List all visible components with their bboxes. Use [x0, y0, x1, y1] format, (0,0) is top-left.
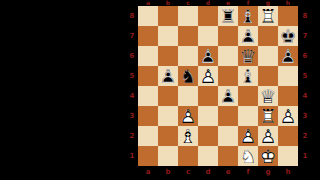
square-c6[interactable] [178, 46, 198, 66]
piece-white-pawn: ♟♙ [198, 66, 218, 86]
square-a7[interactable] [138, 26, 158, 46]
rank-labels-left: 87654321 [126, 6, 138, 166]
piece-black-queen: ♛♕ [238, 46, 258, 66]
square-b1[interactable] [158, 146, 178, 166]
rank-label-8: 8 [126, 6, 138, 26]
square-g4[interactable]: ♛♕ [258, 86, 278, 106]
square-c4[interactable] [178, 86, 198, 106]
piece-white-king: ♚♔ [258, 146, 278, 166]
piece-black-pawn: ♟♙ [238, 26, 258, 46]
square-c5[interactable]: ♞♘ [178, 66, 198, 86]
piece-black-pawn: ♟♙ [218, 86, 238, 106]
square-h6[interactable]: ♟♙ [278, 46, 298, 66]
square-c8[interactable] [178, 6, 198, 26]
square-g1[interactable]: ♚♔ [258, 146, 278, 166]
file-label-g: g [258, 166, 278, 180]
board-frame: abcdefgh abcdefgh 87654321 87654321 ♜♖♝♗… [62, 0, 252, 180]
square-g7[interactable] [258, 26, 278, 46]
file-label-c: c [178, 166, 198, 180]
square-d5[interactable]: ♟♙ [198, 66, 218, 86]
square-e6[interactable] [218, 46, 238, 66]
piece-white-pawn: ♟♙ [258, 126, 278, 146]
rank-label-1: 1 [126, 146, 138, 166]
piece-black-knight: ♞♘ [178, 66, 198, 86]
square-d1[interactable] [198, 146, 218, 166]
piece-black-bishop: ♝♗ [238, 6, 258, 26]
piece-white-rook: ♜♖ [258, 6, 278, 26]
piece-white-rook: ♜♖ [258, 106, 278, 126]
rank-label-6: 6 [126, 46, 138, 66]
square-c7[interactable] [178, 26, 198, 46]
square-h3[interactable]: ♟♙ [278, 106, 298, 126]
square-a3[interactable] [138, 106, 158, 126]
square-e4[interactable]: ♟♙ [218, 86, 238, 106]
chess-board: ♜♖♝♗♜♖♟♙♚♔♟♙♛♕♟♙♟♙♞♘♟♙♝♗♟♙♛♕♟♙♜♖♟♙♝♗♟♙♟♙… [138, 6, 298, 166]
square-b8[interactable] [158, 6, 178, 26]
square-a2[interactable] [138, 126, 158, 146]
file-label-h: h [278, 166, 298, 180]
square-h1[interactable] [278, 146, 298, 166]
chess-diagram: abcdefgh abcdefgh 87654321 87654321 ♜♖♝♗… [0, 0, 320, 180]
piece-white-pawn: ♟♙ [278, 106, 298, 126]
square-b3[interactable] [158, 106, 178, 126]
square-d8[interactable] [198, 6, 218, 26]
square-b4[interactable] [158, 86, 178, 106]
square-a1[interactable] [138, 146, 158, 166]
rank-label-6: 6 [298, 46, 312, 66]
square-c2[interactable]: ♝♗ [178, 126, 198, 146]
piece-black-pawn: ♟♙ [278, 46, 298, 66]
file-label-e: e [218, 166, 238, 180]
file-label-d: d [198, 166, 218, 180]
piece-white-pawn: ♟♙ [238, 126, 258, 146]
rank-label-8: 8 [298, 6, 312, 26]
square-b2[interactable] [158, 126, 178, 146]
square-d7[interactable] [198, 26, 218, 46]
file-labels-bottom: abcdefgh [138, 166, 298, 180]
square-g3[interactable]: ♜♖ [258, 106, 278, 126]
piece-black-bishop: ♝♗ [238, 66, 258, 86]
rank-label-1: 1 [298, 146, 312, 166]
square-a4[interactable] [138, 86, 158, 106]
square-e3[interactable] [218, 106, 238, 126]
square-f8[interactable]: ♝♗ [238, 6, 258, 26]
square-f2[interactable]: ♟♙ [238, 126, 258, 146]
rank-label-2: 2 [298, 126, 312, 146]
square-h4[interactable] [278, 86, 298, 106]
square-b6[interactable] [158, 46, 178, 66]
rank-label-3: 3 [298, 106, 312, 126]
square-h7[interactable]: ♚♔ [278, 26, 298, 46]
square-a5[interactable] [138, 66, 158, 86]
square-f6[interactable]: ♛♕ [238, 46, 258, 66]
square-e8[interactable]: ♜♖ [218, 6, 238, 26]
square-d3[interactable] [198, 106, 218, 126]
rank-label-7: 7 [126, 26, 138, 46]
square-f1[interactable]: ♞♘ [238, 146, 258, 166]
rank-label-5: 5 [298, 66, 312, 86]
rank-label-4: 4 [298, 86, 312, 106]
square-g5[interactable] [258, 66, 278, 86]
square-a6[interactable] [138, 46, 158, 66]
square-b5[interactable]: ♟♙ [158, 66, 178, 86]
square-f7[interactable]: ♟♙ [238, 26, 258, 46]
square-f4[interactable] [238, 86, 258, 106]
piece-white-bishop: ♝♗ [178, 126, 198, 146]
piece-white-pawn: ♟♙ [178, 106, 198, 126]
file-label-b: b [158, 166, 178, 180]
piece-white-queen: ♛♕ [258, 86, 278, 106]
rank-label-7: 7 [298, 26, 312, 46]
square-d6[interactable]: ♟♙ [198, 46, 218, 66]
square-d4[interactable] [198, 86, 218, 106]
square-g8[interactable]: ♜♖ [258, 6, 278, 26]
piece-black-pawn: ♟♙ [198, 46, 218, 66]
rank-labels-right: 87654321 [298, 6, 312, 166]
rank-label-3: 3 [126, 106, 138, 126]
file-label-f: f [238, 166, 258, 180]
square-c1[interactable] [178, 146, 198, 166]
square-e5[interactable] [218, 66, 238, 86]
file-label-a: a [138, 166, 158, 180]
rank-label-5: 5 [126, 66, 138, 86]
piece-black-rook: ♜♖ [218, 6, 238, 26]
square-e2[interactable] [218, 126, 238, 146]
piece-black-king: ♚♔ [278, 26, 298, 46]
square-a8[interactable] [138, 6, 158, 26]
square-g2[interactable]: ♟♙ [258, 126, 278, 146]
piece-white-knight: ♞♘ [238, 146, 258, 166]
rank-label-2: 2 [126, 126, 138, 146]
square-e1[interactable] [218, 146, 238, 166]
square-h5[interactable] [278, 66, 298, 86]
square-f5[interactable]: ♝♗ [238, 66, 258, 86]
square-h8[interactable] [278, 6, 298, 26]
square-e7[interactable] [218, 26, 238, 46]
square-h2[interactable] [278, 126, 298, 146]
square-f3[interactable] [238, 106, 258, 126]
square-b7[interactable] [158, 26, 178, 46]
piece-black-pawn: ♟♙ [158, 66, 178, 86]
square-c3[interactable]: ♟♙ [178, 106, 198, 126]
rank-label-4: 4 [126, 86, 138, 106]
square-g6[interactable] [258, 46, 278, 66]
square-d2[interactable] [198, 126, 218, 146]
